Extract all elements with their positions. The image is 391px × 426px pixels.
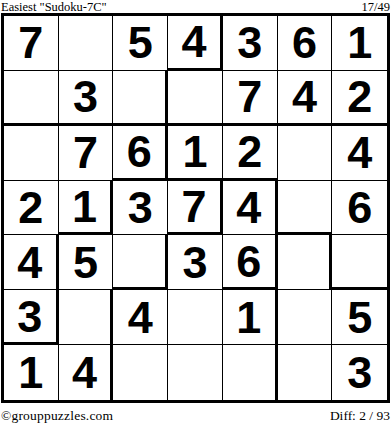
cell-r4c1[interactable]: 2: [4, 181, 59, 236]
givens-counter: 17/49: [362, 1, 390, 13]
cell-r3c4[interactable]: 1: [168, 126, 223, 181]
cell-r5c7[interactable]: [332, 235, 387, 290]
cell-r2c6[interactable]: 4: [278, 71, 333, 126]
cell-r1c1[interactable]: 7: [4, 16, 59, 71]
cell-r4c4[interactable]: 7: [168, 181, 223, 236]
cell-r5c6[interactable]: [278, 235, 333, 290]
cell-r4c6[interactable]: [278, 181, 333, 236]
cell-r1c7[interactable]: 1: [332, 16, 387, 71]
cell-r6c5[interactable]: 1: [223, 290, 278, 345]
cell-r2c7[interactable]: 2: [332, 71, 387, 126]
header: Easiest "Sudoku-7C" 17/49: [0, 0, 391, 13]
cell-r1c5[interactable]: 3: [223, 16, 278, 71]
cell-r7c4[interactable]: [168, 345, 223, 400]
cell-r7c7[interactable]: 3: [332, 345, 387, 400]
footer: ©grouppuzzles.com Diff: 2 / 93: [0, 405, 391, 424]
cell-r2c1[interactable]: [4, 71, 59, 126]
cell-r3c2[interactable]: 7: [59, 126, 114, 181]
cell-r3c6[interactable]: [278, 126, 333, 181]
cell-r6c3[interactable]: 4: [113, 290, 168, 345]
cell-r7c5[interactable]: [223, 345, 278, 400]
cell-r2c4[interactable]: [168, 71, 223, 126]
cell-r6c7[interactable]: 5: [332, 290, 387, 345]
cell-r2c2[interactable]: 3: [59, 71, 114, 126]
cell-r7c2[interactable]: 4: [59, 345, 114, 400]
cell-r6c6[interactable]: [278, 290, 333, 345]
cell-r1c4[interactable]: 4: [168, 16, 223, 71]
cell-r1c2[interactable]: [59, 16, 114, 71]
cell-r7c1[interactable]: 1: [4, 345, 59, 400]
cell-r7c6[interactable]: [278, 345, 333, 400]
cell-r7c3[interactable]: [113, 345, 168, 400]
cell-r3c1[interactable]: [4, 126, 59, 181]
cell-r5c2[interactable]: 5: [59, 235, 114, 290]
cell-r6c2[interactable]: [59, 290, 114, 345]
sudoku-board: 75436137427612421374645363415143: [1, 13, 390, 403]
page-title: Easiest "Sudoku-7C": [1, 1, 107, 13]
cell-r4c7[interactable]: 6: [332, 181, 387, 236]
cell-r3c3[interactable]: 6: [113, 126, 168, 181]
cell-r4c2[interactable]: 1: [59, 181, 114, 236]
difficulty-text: Diff: 2 / 93: [330, 408, 390, 424]
cell-r2c3[interactable]: [113, 71, 168, 126]
cell-r4c3[interactable]: 3: [113, 181, 168, 236]
cell-r1c3[interactable]: 5: [113, 16, 168, 71]
cell-r2c5[interactable]: 7: [223, 71, 278, 126]
cell-r4c5[interactable]: 4: [223, 181, 278, 236]
cell-r5c3[interactable]: [113, 235, 168, 290]
cell-r5c1[interactable]: 4: [4, 235, 59, 290]
cell-r3c5[interactable]: 2: [223, 126, 278, 181]
cell-r6c4[interactable]: [168, 290, 223, 345]
cell-r5c4[interactable]: 3: [168, 235, 223, 290]
cell-r1c6[interactable]: 6: [278, 16, 333, 71]
cell-r5c5[interactable]: 6: [223, 235, 278, 290]
cell-r3c7[interactable]: 4: [332, 126, 387, 181]
cell-r6c1[interactable]: 3: [4, 290, 59, 345]
copyright-text: ©grouppuzzles.com: [1, 408, 113, 424]
